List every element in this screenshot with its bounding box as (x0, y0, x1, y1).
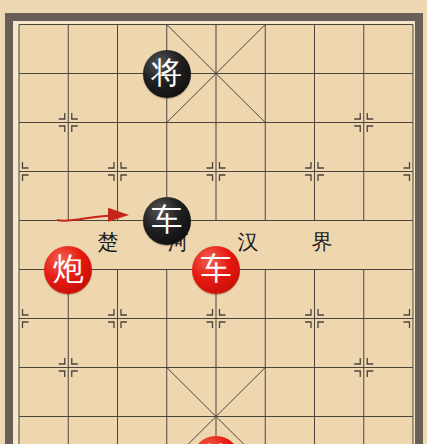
xiangqi-board-window: 楚 河 汉 界 将车炮车帅 (0, 0, 427, 444)
red-cannon-piece[interactable]: 炮 (44, 246, 92, 294)
piece-label: 车 (201, 253, 232, 284)
pieces-layer[interactable]: 将车炮车帅 (0, 0, 427, 444)
red-chariot-piece[interactable]: 车 (192, 246, 240, 294)
piece-label: 车 (151, 204, 182, 235)
piece-label: 将 (151, 57, 182, 88)
piece-label: 炮 (53, 253, 84, 284)
black-chariot-piece[interactable]: 车 (143, 197, 191, 245)
red-bottom-clipped-piece[interactable]: 帅 (192, 436, 240, 444)
black-general-piece[interactable]: 将 (143, 50, 191, 98)
